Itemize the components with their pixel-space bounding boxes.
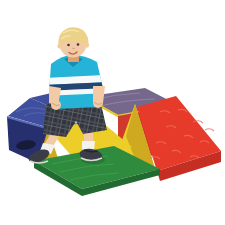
scene-svg [0,0,225,225]
right-eye [77,43,80,46]
product-photo [0,0,225,225]
left-eye [67,44,70,47]
right-sock [82,141,95,150]
left-ear [57,43,62,48]
